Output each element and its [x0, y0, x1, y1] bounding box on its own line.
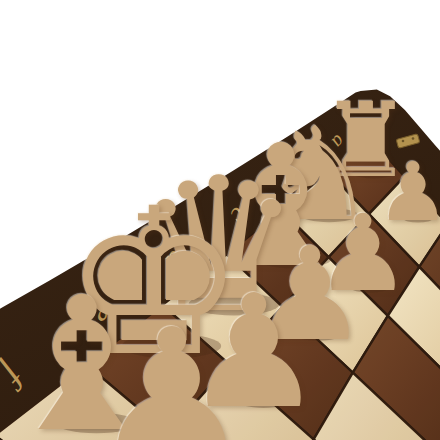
chess-set-photo: abcdefgh ♜♞♝♛♚♝♟♟♟♟♟	[0, 0, 440, 440]
piece-white-pawn-e2: ♟	[91, 305, 253, 440]
